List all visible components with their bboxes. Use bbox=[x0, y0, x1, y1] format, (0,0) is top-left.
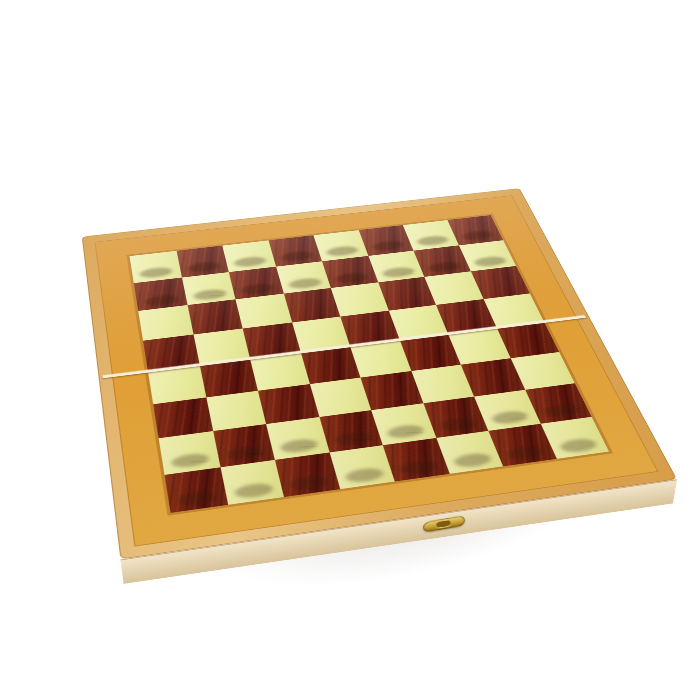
piece-glyph: ♞ bbox=[220, 422, 288, 498]
chess-board-box: ♜♞♝♛♚♝♞♜♟♟♟♟♟♟♟♟♟♟♟♟♟♟♟♟♜♞♝♛♚♝♞♜ bbox=[82, 188, 678, 559]
brass-clasp bbox=[423, 515, 465, 533]
chess-set-photo: ♜♞♝♛♚♝♞♜♟♟♟♟♟♟♟♟♟♟♟♟♟♟♟♟♜♞♝♛♚♝♞♜ bbox=[0, 0, 700, 700]
piece-glyph: ♜ bbox=[165, 433, 230, 505]
